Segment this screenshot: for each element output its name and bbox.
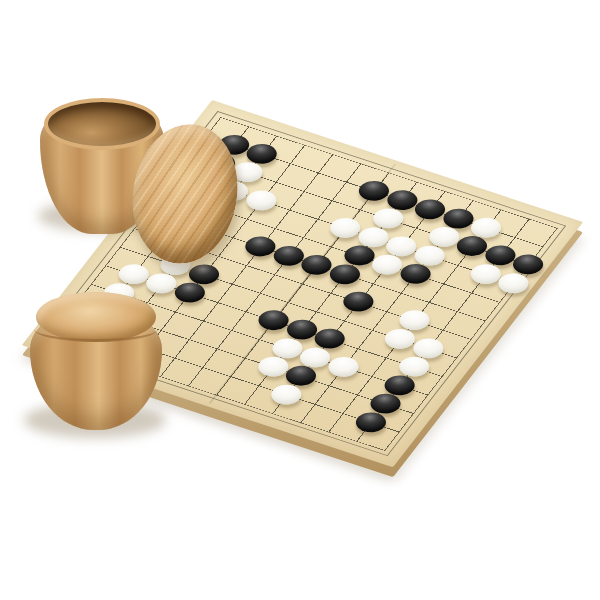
black-stone[interactable]	[338, 288, 378, 314]
product-photo-scene	[0, 0, 600, 600]
closed-bowl-lid-rim	[34, 316, 158, 342]
open-bowl-opening	[44, 98, 160, 150]
